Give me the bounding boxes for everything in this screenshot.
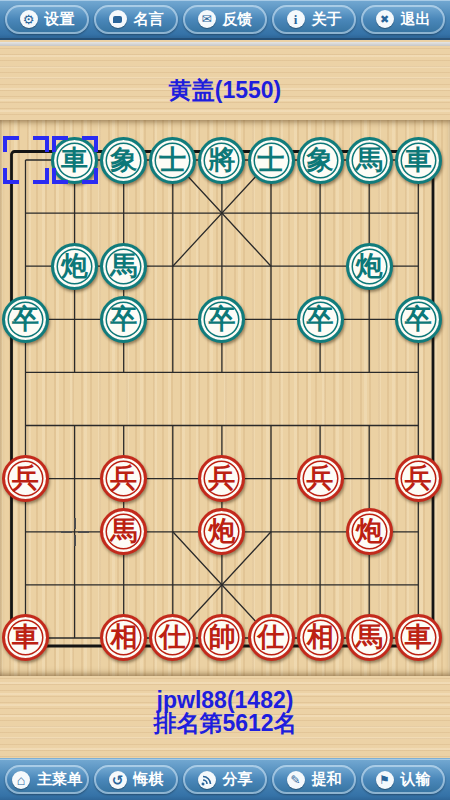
- speech-bubble-icon: [109, 10, 127, 28]
- piece-black-cannon[interactable]: 炮: [51, 243, 98, 290]
- exit-label: 退出: [401, 10, 431, 29]
- piece-black-cannon[interactable]: 炮: [346, 243, 393, 290]
- offer-draw-button[interactable]: 提和: [272, 765, 356, 794]
- piece-black-elephant[interactable]: 象: [100, 137, 147, 184]
- share-icon: [198, 771, 216, 789]
- quotes-label: 名言: [134, 10, 164, 29]
- self-rank: 排名第5612名: [0, 712, 450, 735]
- piece-black-soldier[interactable]: 卒: [100, 296, 147, 343]
- piece-black-chariot[interactable]: 車: [51, 137, 98, 184]
- top-toolbar: 设置 名言 反馈 关于 退出: [0, 0, 450, 40]
- piece-red-chariot[interactable]: 車: [395, 614, 442, 661]
- home-icon: [12, 771, 30, 789]
- undo-icon: [109, 771, 127, 789]
- piece-black-advisor[interactable]: 士: [149, 137, 196, 184]
- piece-black-elephant[interactable]: 象: [297, 137, 344, 184]
- piece-red-cannon[interactable]: 炮: [346, 508, 393, 555]
- feedback-label: 反馈: [223, 10, 253, 29]
- resign-button[interactable]: 认输: [361, 765, 445, 794]
- main-menu-button[interactable]: 主菜单: [5, 765, 89, 794]
- share-button[interactable]: 分享: [183, 765, 267, 794]
- piece-black-chariot[interactable]: 車: [395, 137, 442, 184]
- piece-red-soldier[interactable]: 兵: [100, 455, 147, 502]
- about-button[interactable]: 关于: [272, 5, 356, 34]
- piece-red-soldier[interactable]: 兵: [395, 455, 442, 502]
- piece-black-soldier[interactable]: 卒: [395, 296, 442, 343]
- toolbar-divider: [0, 42, 450, 46]
- opponent-name: 黄盖(1550): [0, 79, 450, 102]
- feedback-button[interactable]: 反馈: [183, 5, 267, 34]
- about-label: 关于: [312, 10, 342, 29]
- quotes-button[interactable]: 名言: [94, 5, 178, 34]
- piece-black-soldier[interactable]: 卒: [198, 296, 245, 343]
- piece-black-soldier[interactable]: 卒: [297, 296, 344, 343]
- undo-move-label: 悔棋: [134, 770, 164, 789]
- undo-move-button[interactable]: 悔棋: [94, 765, 178, 794]
- share-label: 分享: [223, 770, 253, 789]
- piece-red-elephant[interactable]: 相: [297, 614, 344, 661]
- offer-draw-label: 提和: [312, 770, 342, 789]
- envelope-icon: [198, 10, 216, 28]
- resign-label: 认输: [401, 770, 431, 789]
- flag-icon: [376, 771, 394, 789]
- bottom-toolbar: 主菜单 悔棋 分享 提和 认输: [0, 758, 450, 800]
- piece-black-horse[interactable]: 馬: [346, 137, 393, 184]
- piece-black-general[interactable]: 將: [198, 137, 245, 184]
- piece-red-soldier[interactable]: 兵: [2, 455, 49, 502]
- gear-icon: [20, 10, 38, 28]
- piece-black-soldier[interactable]: 卒: [2, 296, 49, 343]
- pencil-icon: [287, 771, 305, 789]
- board-grid: [0, 120, 450, 676]
- piece-black-advisor[interactable]: 士: [248, 137, 295, 184]
- settings-label: 设置: [45, 10, 75, 29]
- piece-red-horse[interactable]: 馬: [346, 614, 393, 661]
- close-icon: [376, 10, 394, 28]
- xiangqi-app: { "game": "xiangqi", "position": { "fen"…: [0, 0, 450, 800]
- board[interactable]: 車象士將士象馬車炮馬炮卒卒卒卒卒兵兵兵兵兵馬炮炮車相仕帥仕相馬車: [0, 120, 450, 676]
- main-menu-label: 主菜单: [37, 770, 82, 789]
- settings-button[interactable]: 设置: [5, 5, 89, 34]
- piece-red-advisor[interactable]: 仕: [248, 614, 295, 661]
- piece-red-soldier[interactable]: 兵: [297, 455, 344, 502]
- piece-black-horse[interactable]: 馬: [100, 243, 147, 290]
- self-name: jpwl88(1482): [0, 689, 450, 712]
- info-icon: [287, 10, 305, 28]
- exit-button[interactable]: 退出: [361, 5, 445, 34]
